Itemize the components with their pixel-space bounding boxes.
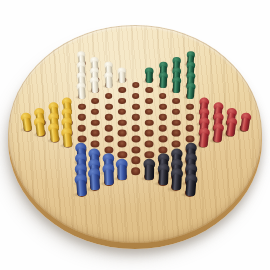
hole[interactable] xyxy=(116,96,130,107)
hole-opening xyxy=(91,109,99,115)
hole-opening xyxy=(132,114,140,121)
hole-opening xyxy=(132,82,139,88)
hole[interactable] xyxy=(102,123,116,134)
hole-opening xyxy=(145,119,153,126)
hole-opening xyxy=(172,141,181,148)
peg-blue[interactable] xyxy=(74,173,88,196)
hole-opening xyxy=(118,141,127,148)
hole-opening xyxy=(158,125,167,132)
hole[interactable] xyxy=(129,133,143,144)
hole-opening xyxy=(145,109,153,115)
hole[interactable] xyxy=(156,112,170,123)
hole[interactable] xyxy=(89,117,103,128)
peg-red[interactable] xyxy=(239,112,252,132)
hole[interactable] xyxy=(48,133,62,144)
hole-opening xyxy=(145,98,153,104)
peg-yellow[interactable] xyxy=(47,122,60,142)
hole-opening xyxy=(105,93,113,99)
hole-opening xyxy=(131,157,140,164)
hole-opening xyxy=(104,125,113,132)
hole[interactable] xyxy=(75,112,89,123)
hole[interactable] xyxy=(102,90,116,101)
hole-opening xyxy=(118,109,126,115)
hole-opening xyxy=(186,114,194,121)
peg-green[interactable] xyxy=(172,77,182,94)
hole[interactable] xyxy=(156,133,170,144)
hole-opening xyxy=(145,151,154,158)
hole[interactable] xyxy=(75,101,89,112)
hole-opening xyxy=(78,103,86,109)
hole-opening xyxy=(131,125,140,132)
hole-opening xyxy=(159,103,167,109)
hole[interactable] xyxy=(89,96,103,107)
hole[interactable] xyxy=(116,74,130,85)
hole-opening xyxy=(78,114,86,121)
hole-opening xyxy=(172,109,180,115)
hole[interactable] xyxy=(102,133,116,144)
hole[interactable] xyxy=(183,187,197,198)
hole-opening xyxy=(158,135,167,142)
hole[interactable] xyxy=(156,177,170,188)
hole-opening xyxy=(145,130,154,137)
hole-opening xyxy=(172,98,180,104)
hole[interactable] xyxy=(129,144,143,155)
hole[interactable] xyxy=(116,171,130,182)
hole[interactable] xyxy=(170,85,184,96)
peg-white[interactable] xyxy=(118,67,127,83)
hole[interactable] xyxy=(143,96,157,107)
hole-opening xyxy=(131,167,141,175)
hole[interactable] xyxy=(156,80,170,91)
hole[interactable] xyxy=(210,133,224,144)
peg-white[interactable] xyxy=(76,82,86,99)
hole[interactable] xyxy=(156,123,170,134)
hole-opening xyxy=(159,93,167,99)
peg-blue[interactable] xyxy=(88,168,101,190)
hole[interactable] xyxy=(183,90,197,101)
hole[interactable] xyxy=(143,139,157,150)
hole-opening xyxy=(91,141,100,148)
hole[interactable] xyxy=(89,85,103,96)
hole[interactable] xyxy=(89,182,103,193)
peg-red[interactable] xyxy=(225,117,238,137)
hole[interactable] xyxy=(197,139,211,150)
hole[interactable] xyxy=(102,80,116,91)
peg-white[interactable] xyxy=(104,72,113,88)
hole-opening xyxy=(105,103,113,109)
hole-opening xyxy=(185,125,194,132)
hole[interactable] xyxy=(102,101,116,112)
hole[interactable] xyxy=(75,187,89,198)
peg-black[interactable] xyxy=(143,158,155,179)
peg-green[interactable] xyxy=(185,82,195,99)
hole[interactable] xyxy=(129,155,143,166)
hole[interactable] xyxy=(89,128,103,139)
hole[interactable] xyxy=(143,107,157,118)
peg-red[interactable] xyxy=(212,122,225,142)
hole-opening xyxy=(145,141,154,148)
hole[interactable] xyxy=(170,107,184,118)
peg-green[interactable] xyxy=(145,67,154,83)
hole-opening xyxy=(186,103,194,109)
hole[interactable] xyxy=(116,85,130,96)
hole-opening xyxy=(172,130,181,137)
hole[interactable] xyxy=(170,117,184,128)
hole-opening xyxy=(131,135,140,142)
hole-opening xyxy=(132,93,140,99)
hole-opening xyxy=(105,114,113,121)
hole[interactable] xyxy=(35,128,49,139)
peg-black[interactable] xyxy=(157,163,170,185)
peg-blue[interactable] xyxy=(102,163,115,185)
hole[interactable] xyxy=(102,112,116,123)
hole-opening xyxy=(91,98,99,104)
peg-yellow[interactable] xyxy=(20,112,33,132)
hole[interactable] xyxy=(89,107,103,118)
hole-opening xyxy=(91,119,99,126)
peg-white[interactable] xyxy=(90,77,100,94)
hole-opening xyxy=(132,103,140,109)
hole-opening xyxy=(118,130,127,137)
peg-blue[interactable] xyxy=(116,158,128,179)
hole[interactable] xyxy=(129,90,143,101)
hole-opening xyxy=(185,135,194,142)
hole[interactable] xyxy=(156,101,170,112)
hole[interactable] xyxy=(129,166,143,177)
hole[interactable] xyxy=(143,128,157,139)
hole-opening xyxy=(91,130,100,137)
hole[interactable] xyxy=(116,107,130,118)
hole[interactable] xyxy=(143,74,157,85)
peg-green[interactable] xyxy=(158,72,167,88)
hole[interactable] xyxy=(129,80,143,91)
peg-yellow[interactable] xyxy=(61,128,74,148)
hole-opening xyxy=(159,114,167,121)
hole[interactable] xyxy=(129,101,143,112)
hole[interactable] xyxy=(116,139,130,150)
hole[interactable] xyxy=(143,85,157,96)
hole[interactable] xyxy=(102,177,116,188)
hole[interactable] xyxy=(183,112,197,123)
peg-black[interactable] xyxy=(184,173,198,196)
peg-red[interactable] xyxy=(198,128,211,148)
hole[interactable] xyxy=(224,128,238,139)
hole[interactable] xyxy=(75,123,89,134)
hole-opening xyxy=(118,151,127,158)
hole[interactable] xyxy=(116,128,130,139)
hole[interactable] xyxy=(170,128,184,139)
hole[interactable] xyxy=(170,182,184,193)
hole-opening xyxy=(118,87,126,93)
hole-opening xyxy=(172,119,180,126)
hole[interactable] xyxy=(75,90,89,101)
star-grid xyxy=(21,58,251,198)
hole-opening xyxy=(118,98,126,104)
hole[interactable] xyxy=(116,117,130,128)
peg-black[interactable] xyxy=(170,168,183,190)
hole[interactable] xyxy=(156,90,170,101)
hole[interactable] xyxy=(237,123,251,134)
chinese-checkers-board xyxy=(0,0,270,270)
hole[interactable] xyxy=(143,117,157,128)
hole-opening xyxy=(131,146,140,153)
hole-opening xyxy=(118,119,126,126)
hole-opening xyxy=(145,87,153,93)
hole-opening xyxy=(77,125,86,132)
hole[interactable] xyxy=(129,112,143,123)
hole-opening xyxy=(77,135,86,142)
hole[interactable] xyxy=(183,123,197,134)
hole-opening xyxy=(104,135,113,142)
hole[interactable] xyxy=(143,171,157,182)
hole[interactable] xyxy=(183,101,197,112)
hole[interactable] xyxy=(170,96,184,107)
hole[interactable] xyxy=(21,123,35,134)
hole[interactable] xyxy=(62,139,76,150)
hole[interactable] xyxy=(129,123,143,134)
